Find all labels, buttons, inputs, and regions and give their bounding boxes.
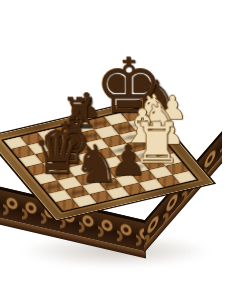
product-photo-scene: ♟♜♚♞♝♞♟♟♝♞♚♟♛♜♞♟ xyxy=(0,0,226,300)
piece-dark-knight: ♞ xyxy=(73,138,120,190)
square-r7c7 xyxy=(172,171,196,184)
